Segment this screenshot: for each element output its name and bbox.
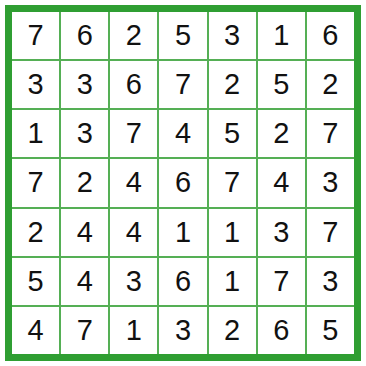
grid-cell-r1c4: 5	[159, 12, 206, 59]
grid-cell-r2c4: 7	[159, 61, 206, 108]
puzzle-frame: 7625316336725213745277246743244113754361…	[0, 0, 366, 366]
grid-cell-r7c3: 1	[110, 307, 157, 354]
grid-cell-r4c5: 7	[209, 159, 256, 206]
grid-cell-r1c7: 6	[307, 12, 354, 59]
grid-cell-r2c2: 3	[61, 61, 108, 108]
grid-cell-r2c7: 2	[307, 61, 354, 108]
grid-cell-r5c2: 4	[61, 209, 108, 256]
grid-cell-r7c6: 6	[258, 307, 305, 354]
grid-cell-r6c6: 7	[258, 258, 305, 305]
grid-cell-r6c2: 4	[61, 258, 108, 305]
grid-cell-r2c1: 3	[12, 61, 59, 108]
grid-cell-r3c5: 5	[209, 110, 256, 157]
grid-cell-r3c7: 7	[307, 110, 354, 157]
grid-cell-r3c3: 7	[110, 110, 157, 157]
grid-cell-r7c4: 3	[159, 307, 206, 354]
grid-cell-r6c1: 5	[12, 258, 59, 305]
grid-cell-r1c2: 6	[61, 12, 108, 59]
grid-cell-r4c7: 3	[307, 159, 354, 206]
grid-cell-r1c6: 1	[258, 12, 305, 59]
grid-cell-r3c6: 2	[258, 110, 305, 157]
grid-cell-r1c1: 7	[12, 12, 59, 59]
grid-cell-r6c7: 3	[307, 258, 354, 305]
grid-cell-r4c6: 4	[258, 159, 305, 206]
grid-cell-r5c4: 1	[159, 209, 206, 256]
grid-cell-r1c5: 3	[209, 12, 256, 59]
grid-cell-r3c1: 1	[12, 110, 59, 157]
grid-cell-r2c5: 2	[209, 61, 256, 108]
grid-cell-r5c6: 3	[258, 209, 305, 256]
grid-cell-r5c5: 1	[209, 209, 256, 256]
grid-cell-r7c5: 2	[209, 307, 256, 354]
grid-cell-r4c3: 4	[110, 159, 157, 206]
grid-cell-r7c1: 4	[12, 307, 59, 354]
grid-cell-r2c6: 5	[258, 61, 305, 108]
grid-cell-r5c1: 2	[12, 209, 59, 256]
grid-cell-r4c4: 6	[159, 159, 206, 206]
grid-cell-r2c3: 6	[110, 61, 157, 108]
grid-cell-r5c3: 4	[110, 209, 157, 256]
grid-cell-r3c2: 3	[61, 110, 108, 157]
grid-cell-r5c7: 7	[307, 209, 354, 256]
grid-cell-r1c3: 2	[110, 12, 157, 59]
number-grid-board: 7625316336725213745277246743244113754361…	[5, 5, 361, 361]
grid-cell-r4c1: 7	[12, 159, 59, 206]
grid-cell-r6c4: 6	[159, 258, 206, 305]
grid-cell-r6c5: 1	[209, 258, 256, 305]
grid-cell-r4c2: 2	[61, 159, 108, 206]
grid-cell-r3c4: 4	[159, 110, 206, 157]
grid-cell-r7c7: 5	[307, 307, 354, 354]
grid-cell-r6c3: 3	[110, 258, 157, 305]
grid-cell-r7c2: 7	[61, 307, 108, 354]
